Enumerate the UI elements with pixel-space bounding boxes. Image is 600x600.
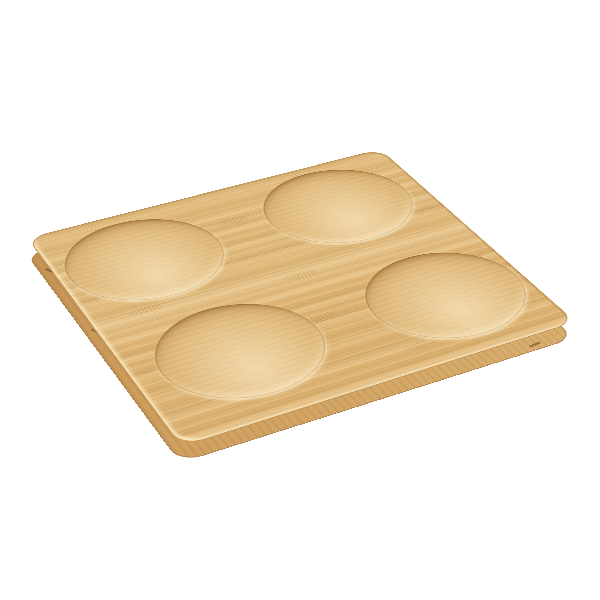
recess-grid: [29, 150, 575, 446]
recess-lower-right: [338, 239, 557, 356]
recess-upper-right: [239, 158, 439, 258]
product-photo: [0, 0, 600, 600]
tray-top-face: [27, 149, 576, 447]
side-joint-mark: [528, 342, 541, 348]
